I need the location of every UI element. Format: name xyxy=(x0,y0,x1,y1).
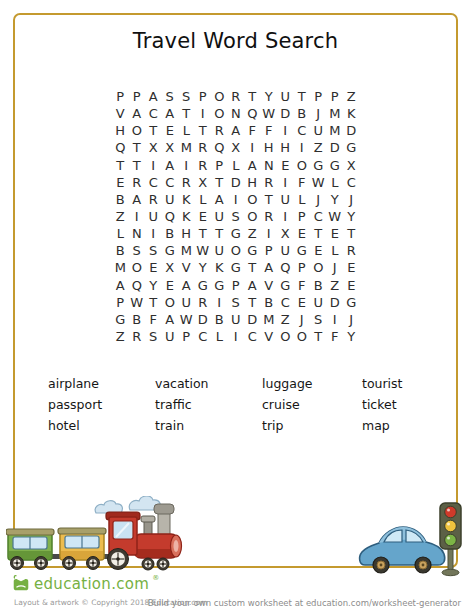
grid-cell[interactable]: A xyxy=(162,105,179,122)
word-list-item: ticket xyxy=(362,397,442,418)
grid-cell[interactable]: W xyxy=(310,174,327,191)
grid-cell[interactable]: C xyxy=(244,328,261,345)
grid-cell[interactable]: R xyxy=(195,139,212,156)
grid-cell[interactable]: Z xyxy=(112,208,129,225)
grid-cell[interactable]: Z xyxy=(112,328,129,345)
grid-cell[interactable]: T xyxy=(195,122,212,139)
grid-cell[interactable]: T xyxy=(129,157,146,174)
word-list-item: tourist xyxy=(362,376,442,397)
grid-cell[interactable]: I xyxy=(145,157,162,174)
grid-cell[interactable]: U xyxy=(310,122,327,139)
grid-cell[interactable]: A xyxy=(112,277,129,294)
grid-cell[interactable]: N xyxy=(228,105,245,122)
grid-cell[interactable]: A xyxy=(228,122,245,139)
grid-cell[interactable]: T xyxy=(145,294,162,311)
yellow-coach xyxy=(58,528,112,560)
grid-cell[interactable]: I xyxy=(228,191,245,208)
grid-cell[interactable]: F xyxy=(294,277,311,294)
grid-cell[interactable]: S xyxy=(228,294,245,311)
grid-cell[interactable]: Q xyxy=(112,139,129,156)
grid-cell[interactable]: P xyxy=(261,242,278,259)
grid-cell[interactable]: I xyxy=(261,225,278,242)
grid-cell[interactable]: I xyxy=(129,208,146,225)
grid-cell[interactable]: I xyxy=(294,139,311,156)
word-list: airplanepassporthotelvacationtraffictrai… xyxy=(48,376,442,439)
grid-cell[interactable]: T xyxy=(261,191,278,208)
grid-cell[interactable]: L xyxy=(327,174,344,191)
grid-cell[interactable]: E xyxy=(294,294,311,311)
grid-cell[interactable]: R xyxy=(178,174,195,191)
grid-cell[interactable]: A xyxy=(244,157,261,174)
grid-cell[interactable]: R xyxy=(211,122,228,139)
grid-cell[interactable]: I xyxy=(327,311,344,328)
grid-cell[interactable]: Y xyxy=(327,191,344,208)
grid-cell[interactable]: F xyxy=(244,122,261,139)
grid-cell[interactable]: G xyxy=(343,139,360,156)
word-list-item: vacation xyxy=(155,376,262,397)
grid-cell[interactable]: T xyxy=(145,122,162,139)
grid-cell[interactable]: J xyxy=(310,191,327,208)
grid-cell[interactable]: B xyxy=(261,294,278,311)
grid-cell[interactable]: G xyxy=(162,242,179,259)
grid-cell[interactable]: E xyxy=(294,225,311,242)
grid-cell[interactable]: P xyxy=(327,88,344,105)
grid-cell[interactable]: G xyxy=(277,277,294,294)
green-coach xyxy=(6,529,62,560)
grid-cell[interactable]: T xyxy=(129,139,146,156)
word-list-item: cruise xyxy=(262,397,362,418)
word-list-item: traffic xyxy=(155,397,262,418)
grid-cell[interactable]: K xyxy=(178,191,195,208)
grid-cell[interactable]: W xyxy=(195,242,212,259)
grid-cell[interactable]: I xyxy=(277,208,294,225)
grid-cell[interactable]: U xyxy=(162,328,179,345)
grid-cell[interactable]: G xyxy=(310,157,327,174)
word-list-item: map xyxy=(362,418,442,439)
grid-cell[interactable]: T xyxy=(195,225,212,242)
grid-cell[interactable]: A xyxy=(178,277,195,294)
grid-cell[interactable]: P xyxy=(195,88,212,105)
grid-cell[interactable]: K xyxy=(178,208,195,225)
grid-cell[interactable]: O xyxy=(294,157,311,174)
word-list-item: passport xyxy=(48,397,155,418)
grid-cell[interactable]: B xyxy=(162,225,179,242)
grid-cell[interactable]: C xyxy=(343,174,360,191)
grid-cell[interactable]: L xyxy=(211,328,228,345)
grid-cell[interactable]: K xyxy=(211,259,228,276)
grid-cell[interactable]: W xyxy=(327,208,344,225)
grid-cell[interactable]: F xyxy=(327,328,344,345)
grid-cell[interactable]: X xyxy=(145,139,162,156)
grid-cell[interactable]: L xyxy=(195,191,212,208)
grid-cell[interactable]: F xyxy=(294,174,311,191)
grid-cell[interactable]: S xyxy=(129,242,146,259)
grid-cell[interactable]: P xyxy=(310,88,327,105)
grid-cell[interactable]: E xyxy=(343,259,360,276)
grid-cell[interactable]: X xyxy=(195,174,212,191)
grid-cell[interactable]: J xyxy=(343,191,360,208)
grid-cell[interactable]: U xyxy=(277,88,294,105)
grid-cell[interactable]: I xyxy=(244,139,261,156)
grid-cell[interactable]: R xyxy=(195,294,212,311)
grid-cell[interactable]: R xyxy=(261,174,278,191)
grid-cell[interactable]: R xyxy=(228,88,245,105)
grid-cell[interactable]: H xyxy=(261,139,278,156)
grid-cell[interactable]: C xyxy=(310,208,327,225)
word-list-item: trip xyxy=(262,418,362,439)
grid-cell[interactable]: N xyxy=(129,225,146,242)
grid-cell[interactable]: S xyxy=(228,208,245,225)
grid-cell[interactable]: C xyxy=(162,174,179,191)
grid-cell[interactable]: O xyxy=(277,328,294,345)
grid-cell[interactable]: E xyxy=(162,122,179,139)
grid-cell[interactable]: V xyxy=(261,277,278,294)
grid-cell[interactable]: G xyxy=(112,311,129,328)
grid-cell[interactable]: U xyxy=(211,242,228,259)
grid-cell[interactable]: Q xyxy=(211,139,228,156)
grid-cell[interactable]: U xyxy=(145,208,162,225)
grid-cell[interactable]: P xyxy=(228,277,245,294)
registered-mark: ® xyxy=(152,574,159,582)
grid-cell[interactable]: U xyxy=(277,191,294,208)
grid-cell[interactable]: M xyxy=(178,139,195,156)
yellow-light xyxy=(445,520,457,532)
grid-cell[interactable]: Q xyxy=(162,208,179,225)
grid-cell[interactable]: A xyxy=(261,259,278,276)
grid-cell[interactable]: A xyxy=(129,191,146,208)
grid-cell[interactable]: D xyxy=(327,294,344,311)
grid-cell[interactable]: A xyxy=(129,105,146,122)
grid-cell[interactable]: G xyxy=(228,225,245,242)
grid-cell[interactable]: T xyxy=(294,88,311,105)
grid-cell[interactable]: B xyxy=(129,311,146,328)
grid-cell[interactable]: Q xyxy=(277,259,294,276)
word-list-item: train xyxy=(155,418,262,439)
grid-cell[interactable]: E xyxy=(343,277,360,294)
grid-cell[interactable]: U xyxy=(277,242,294,259)
grid-cell[interactable]: A xyxy=(162,311,179,328)
grid-cell[interactable]: T xyxy=(178,105,195,122)
promo-text: Build your own custom worksheet at educa… xyxy=(148,598,461,608)
grid-cell[interactable]: T xyxy=(244,88,261,105)
grid-cell[interactable]: Y xyxy=(343,328,360,345)
grid-cell[interactable]: K xyxy=(343,105,360,122)
grid-cell[interactable]: Y xyxy=(195,259,212,276)
grid-cell[interactable]: O xyxy=(211,88,228,105)
grid-cell[interactable]: G xyxy=(244,242,261,259)
grid-cell[interactable]: F xyxy=(145,311,162,328)
grid-cell[interactable]: I xyxy=(195,105,212,122)
grid-cell[interactable]: M xyxy=(178,242,195,259)
grid-cell[interactable]: P xyxy=(294,259,311,276)
grid-cell[interactable]: A xyxy=(211,191,228,208)
grid-cell[interactable]: I xyxy=(211,294,228,311)
grid-cell[interactable]: T xyxy=(343,225,360,242)
grid-cell[interactable]: O xyxy=(244,191,261,208)
grid-cell[interactable]: Q xyxy=(129,277,146,294)
grid-cell[interactable]: L xyxy=(327,242,344,259)
grid-cell[interactable]: U xyxy=(310,294,327,311)
grid-cell[interactable]: I xyxy=(145,225,162,242)
grid-cell[interactable]: E xyxy=(162,277,179,294)
grid-cell[interactable]: O xyxy=(211,105,228,122)
grid-cell[interactable]: B xyxy=(112,191,129,208)
grid-cell[interactable]: R xyxy=(343,242,360,259)
grid-cell[interactable]: X xyxy=(228,139,245,156)
grid-cell[interactable]: I xyxy=(178,157,195,174)
grid-cell[interactable]: T xyxy=(112,157,129,174)
grid-cell[interactable]: H xyxy=(112,122,129,139)
education-logo: education.com ® xyxy=(11,574,159,594)
grid-cell[interactable]: D xyxy=(343,122,360,139)
grid-cell[interactable]: L xyxy=(228,157,245,174)
grid-cell[interactable]: J xyxy=(294,311,311,328)
grid-cell[interactable]: C xyxy=(294,122,311,139)
grid-cell[interactable]: G xyxy=(294,242,311,259)
grid-cell[interactable]: L xyxy=(112,225,129,242)
grid-cell[interactable]: O xyxy=(162,294,179,311)
grid-cell[interactable]: I xyxy=(228,328,245,345)
grid-cell[interactable]: O xyxy=(244,208,261,225)
grid-cell[interactable]: E xyxy=(195,208,212,225)
grid-cell[interactable]: S xyxy=(162,88,179,105)
grid-cell[interactable]: R xyxy=(261,208,278,225)
grid-cell[interactable]: D xyxy=(244,311,261,328)
grid-cell[interactable]: C xyxy=(195,328,212,345)
red-light xyxy=(445,506,457,518)
grid-cell[interactable]: O xyxy=(129,259,146,276)
grid-cell[interactable]: T xyxy=(310,328,327,345)
grid-cell[interactable]: W xyxy=(178,311,195,328)
grid-cell[interactable]: G xyxy=(327,157,344,174)
grid-cell[interactable]: P xyxy=(129,88,146,105)
page-title: Travel Word Search xyxy=(13,29,458,53)
grid-cell[interactable]: Z xyxy=(343,88,360,105)
grid-cell[interactable]: T xyxy=(244,294,261,311)
grid-cell[interactable]: U xyxy=(211,208,228,225)
train-illustration xyxy=(6,496,186,576)
grid-cell[interactable]: C xyxy=(145,174,162,191)
grid-cell[interactable]: R xyxy=(145,191,162,208)
grid-cell[interactable]: J xyxy=(310,105,327,122)
grid-cell[interactable]: R xyxy=(195,157,212,174)
grid-cell[interactable]: O xyxy=(294,328,311,345)
word-list-item: airplane xyxy=(48,376,155,397)
grid-cell[interactable]: Z xyxy=(244,225,261,242)
grid-cell[interactable]: M xyxy=(327,105,344,122)
cloud-icon xyxy=(95,496,160,513)
grid-cell[interactable]: N xyxy=(261,157,278,174)
grid-cell[interactable]: M xyxy=(112,259,129,276)
grid-cell[interactable]: A xyxy=(244,277,261,294)
education-logo-icon xyxy=(11,574,31,594)
grid-cell[interactable]: B xyxy=(211,311,228,328)
grid-cell[interactable]: U xyxy=(178,294,195,311)
grid-cell[interactable]: M xyxy=(327,122,344,139)
grid-cell[interactable]: P xyxy=(112,88,129,105)
grid-cell[interactable]: O xyxy=(310,259,327,276)
grid-cell[interactable]: T xyxy=(211,174,228,191)
grid-cell[interactable]: T xyxy=(310,225,327,242)
green-light xyxy=(445,534,457,546)
grid-cell[interactable]: O xyxy=(129,122,146,139)
grid-cell[interactable]: Z xyxy=(310,139,327,156)
grid-cell[interactable]: J xyxy=(343,311,360,328)
grid-cell[interactable]: V xyxy=(112,105,129,122)
grid-cell[interactable]: M xyxy=(261,311,278,328)
grid-cell[interactable]: B xyxy=(294,105,311,122)
grid-cell[interactable]: P xyxy=(112,294,129,311)
grid-cell[interactable]: V xyxy=(178,259,195,276)
grid-cell[interactable]: G xyxy=(211,277,228,294)
traffic-light-illustration xyxy=(438,501,462,577)
grid-cell[interactable]: Y xyxy=(343,208,360,225)
grid-cell[interactable]: D xyxy=(327,139,344,156)
grid-cell[interactable]: W xyxy=(261,105,278,122)
grid-cell[interactable]: D xyxy=(277,105,294,122)
grid-cell[interactable]: S xyxy=(145,242,162,259)
grid-cell[interactable]: Z xyxy=(277,311,294,328)
grid-cell[interactable]: X xyxy=(162,259,179,276)
grid-cell[interactable]: P xyxy=(211,157,228,174)
grid-cell[interactable]: G xyxy=(343,294,360,311)
letter-grid[interactable]: PPASSPORTYUTPPZVACATIONQWDBJMKHOTELTRAFF… xyxy=(112,88,360,345)
grid-cell[interactable]: O xyxy=(228,242,245,259)
grid-cell[interactable]: A xyxy=(145,88,162,105)
grid-cell[interactable]: D xyxy=(195,311,212,328)
grid-cell[interactable]: I xyxy=(277,174,294,191)
grid-cell[interactable]: T xyxy=(211,225,228,242)
grid-cell[interactable]: L xyxy=(294,191,311,208)
grid-cell[interactable]: R xyxy=(129,328,146,345)
grid-cell[interactable]: H xyxy=(178,225,195,242)
grid-cell[interactable]: W xyxy=(129,294,146,311)
grid-cell[interactable]: S xyxy=(310,311,327,328)
car-illustration xyxy=(357,521,447,574)
grid-cell[interactable]: G xyxy=(228,259,245,276)
grid-cell[interactable]: R xyxy=(129,174,146,191)
grid-cell[interactable]: Y xyxy=(261,88,278,105)
grid-cell[interactable]: Z xyxy=(327,277,344,294)
grid-cell[interactable]: A xyxy=(162,157,179,174)
grid-cell[interactable]: I xyxy=(277,122,294,139)
grid-cell[interactable]: V xyxy=(261,328,278,345)
grid-cell[interactable]: L xyxy=(178,122,195,139)
grid-cell[interactable]: C xyxy=(145,105,162,122)
grid-cell[interactable]: Y xyxy=(145,277,162,294)
grid-cell[interactable]: H xyxy=(244,174,261,191)
grid-cell[interactable]: D xyxy=(228,174,245,191)
grid-cell[interactable]: E xyxy=(145,259,162,276)
grid-cell[interactable]: Q xyxy=(244,105,261,122)
grid-cell[interactable]: H xyxy=(277,139,294,156)
grid-cell[interactable]: P xyxy=(294,208,311,225)
grid-cell[interactable]: J xyxy=(327,259,344,276)
grid-cell[interactable]: F xyxy=(261,122,278,139)
grid-cell[interactable]: P xyxy=(178,328,195,345)
word-list-item: hotel xyxy=(48,418,155,439)
grid-cell[interactable]: X xyxy=(277,225,294,242)
grid-cell[interactable]: E xyxy=(277,157,294,174)
grid-cell[interactable]: S xyxy=(145,328,162,345)
grid-cell[interactable]: E xyxy=(327,225,344,242)
grid-cell[interactable]: S xyxy=(178,88,195,105)
grid-cell[interactable]: G xyxy=(195,277,212,294)
word-list-item: luggage xyxy=(262,376,362,397)
grid-cell[interactable]: E xyxy=(112,174,129,191)
grid-cell[interactable]: T xyxy=(244,259,261,276)
grid-cell[interactable]: U xyxy=(228,311,245,328)
grid-cell[interactable]: B xyxy=(112,242,129,259)
grid-cell[interactable]: B xyxy=(310,277,327,294)
logo-text: education.com xyxy=(34,574,149,594)
grid-cell[interactable]: E xyxy=(310,242,327,259)
grid-cell[interactable]: U xyxy=(162,191,179,208)
grid-cell[interactable]: C xyxy=(277,294,294,311)
grid-cell[interactable]: X xyxy=(162,139,179,156)
grid-cell[interactable]: X xyxy=(343,157,360,174)
